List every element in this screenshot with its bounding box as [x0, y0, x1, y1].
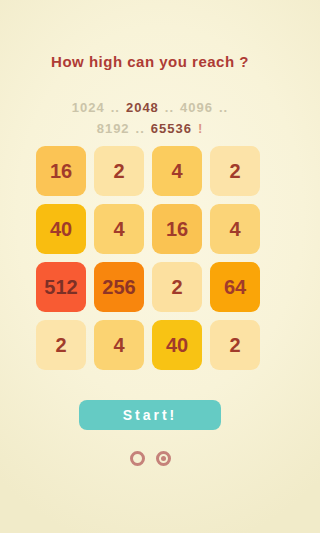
- tile-value: 512: [44, 276, 77, 299]
- milestone-4096: 4096: [180, 100, 213, 115]
- tile-value: 16: [166, 218, 188, 241]
- tile-r2c2: 4: [94, 204, 144, 254]
- tile-r1c1: 16: [36, 146, 86, 196]
- milestone-2048: 2048: [126, 100, 159, 115]
- milestone-8192: 8192: [97, 121, 130, 136]
- tile-r4c3: 40: [152, 320, 202, 370]
- tile-r4c4: 2: [210, 320, 260, 370]
- start-screen: How high can you reach ? 1024..2048..409…: [0, 0, 300, 533]
- tile-value: 256: [102, 276, 135, 299]
- milestone-65536: 65536: [151, 121, 192, 136]
- page-indicator: [0, 451, 300, 466]
- tile-value: 4: [113, 218, 124, 241]
- page-dot-active[interactable]: [156, 451, 171, 466]
- page-title: How high can you reach ?: [0, 53, 300, 70]
- tile-r2c3: 16: [152, 204, 202, 254]
- tile-r2c1: 40: [36, 204, 86, 254]
- tile-r1c4: 2: [210, 146, 260, 196]
- tile-value: 40: [50, 218, 72, 241]
- dots-separator: ..: [111, 100, 120, 115]
- tile-r2c4: 4: [210, 204, 260, 254]
- tile-value: 2: [113, 160, 124, 183]
- tile-value: 2: [171, 276, 182, 299]
- tile-value: 2: [229, 334, 240, 357]
- tile-value: 4: [113, 334, 124, 357]
- tile-value: 2: [229, 160, 240, 183]
- tile-r4c1: 2: [36, 320, 86, 370]
- milestone-line-2: 8192..65536!: [0, 118, 300, 139]
- exclamation-mark: !: [198, 121, 203, 136]
- dots-separator: ..: [136, 121, 145, 136]
- tile-r3c3: 2: [152, 262, 202, 312]
- page-dot-inactive[interactable]: [130, 451, 145, 466]
- board-grid: 16 2 4 2 40 4 16 4 512 256 2 64 2 4 40 2: [36, 146, 260, 370]
- tile-r3c2: 256: [94, 262, 144, 312]
- dots-separator: ..: [219, 100, 228, 115]
- start-button[interactable]: Start!: [79, 400, 221, 430]
- milestone-numbers: 1024..2048..4096.. 8192..65536!: [0, 97, 300, 139]
- tile-value: 64: [224, 276, 246, 299]
- tile-r3c4: 64: [210, 262, 260, 312]
- milestone-1024: 1024: [72, 100, 105, 115]
- tile-r1c2: 2: [94, 146, 144, 196]
- dots-separator: ..: [165, 100, 174, 115]
- tile-value: 2: [55, 334, 66, 357]
- tile-r1c3: 4: [152, 146, 202, 196]
- tile-value: 4: [171, 160, 182, 183]
- tile-value: 40: [166, 334, 188, 357]
- tile-value: 16: [50, 160, 72, 183]
- milestone-line-1: 1024..2048..4096..: [0, 97, 300, 118]
- tile-value: 4: [229, 218, 240, 241]
- tile-r4c2: 4: [94, 320, 144, 370]
- active-dot-core: [161, 456, 166, 461]
- tile-r3c1: 512: [36, 262, 86, 312]
